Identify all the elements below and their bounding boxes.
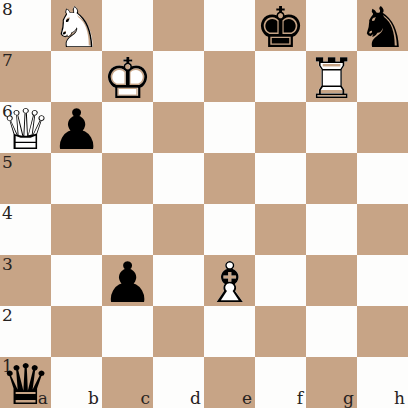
rank-label-7: 7 (2, 52, 13, 69)
file-label-e: e (242, 390, 252, 407)
square-f8[interactable]: ♚ (255, 0, 306, 51)
square-c4[interactable] (102, 204, 153, 255)
file-label-f: f (297, 390, 303, 407)
square-d2[interactable] (153, 306, 204, 357)
black-knight-glyph: ♞ (357, 2, 408, 53)
square-h6[interactable] (357, 102, 408, 153)
square-a2[interactable]: 2 (0, 306, 51, 357)
square-h5[interactable] (357, 153, 408, 204)
square-d1[interactable]: d (153, 357, 204, 408)
square-g4[interactable] (306, 204, 357, 255)
square-a8[interactable]: 8 (0, 0, 51, 51)
square-b1[interactable]: b (51, 357, 102, 408)
square-e8[interactable] (204, 0, 255, 51)
piece-white-bishop[interactable]: ♝♗ (204, 255, 255, 306)
black-pawn-glyph: ♟ (102, 257, 153, 308)
square-d5[interactable] (153, 153, 204, 204)
square-b6[interactable]: ♟ (51, 102, 102, 153)
square-h4[interactable] (357, 204, 408, 255)
square-e5[interactable] (204, 153, 255, 204)
square-h3[interactable] (357, 255, 408, 306)
square-d7[interactable] (153, 51, 204, 102)
piece-black-pawn[interactable]: ♟ (51, 102, 102, 153)
square-g8[interactable] (306, 0, 357, 51)
piece-white-rook[interactable]: ♜♖ (306, 51, 357, 102)
white-rook-outline-icon: ♖ (306, 53, 357, 104)
rank-label-8: 8 (2, 1, 13, 18)
file-label-h: h (394, 390, 405, 407)
square-b8[interactable]: ♞♘ (51, 0, 102, 51)
black-queen-glyph: ♛ (0, 359, 51, 408)
square-g7[interactable]: ♜♖ (306, 51, 357, 102)
piece-black-king[interactable]: ♚ (255, 0, 306, 51)
square-a1[interactable]: 1a♛ (0, 357, 51, 408)
square-a7[interactable]: 7 (0, 51, 51, 102)
square-e7[interactable] (204, 51, 255, 102)
white-queen-outline-icon: ♕ (0, 104, 51, 155)
square-e1[interactable]: e (204, 357, 255, 408)
file-label-g: g (343, 390, 354, 407)
piece-white-king[interactable]: ♚♔ (102, 51, 153, 102)
rank-label-2: 2 (2, 307, 13, 324)
square-a6[interactable]: 6♛♕ (0, 102, 51, 153)
rank-label-3: 3 (2, 256, 13, 273)
square-f4[interactable] (255, 204, 306, 255)
square-e3[interactable]: ♝♗ (204, 255, 255, 306)
file-label-d: d (190, 390, 201, 407)
rank-label-4: 4 (2, 205, 13, 222)
square-f3[interactable] (255, 255, 306, 306)
square-h1[interactable]: h (357, 357, 408, 408)
black-king-glyph: ♚ (255, 2, 306, 53)
piece-black-knight[interactable]: ♞ (357, 0, 408, 51)
file-label-b: b (88, 390, 99, 407)
square-a3[interactable]: 3 (0, 255, 51, 306)
square-g1[interactable]: g (306, 357, 357, 408)
white-knight-outline-icon: ♘ (51, 2, 102, 53)
chess-board: 8♞♘♚♞7♚♔♜♖6♛♕♟543♟♝♗21a♛bcdefgh (0, 0, 408, 408)
square-h8[interactable]: ♞ (357, 0, 408, 51)
square-f1[interactable]: f (255, 357, 306, 408)
square-f2[interactable] (255, 306, 306, 357)
square-d8[interactable] (153, 0, 204, 51)
square-h2[interactable] (357, 306, 408, 357)
black-pawn-glyph: ♟ (51, 104, 102, 155)
square-c7[interactable]: ♚♔ (102, 51, 153, 102)
file-label-c: c (140, 390, 150, 407)
square-c5[interactable] (102, 153, 153, 204)
square-c3[interactable]: ♟ (102, 255, 153, 306)
square-b2[interactable] (51, 306, 102, 357)
square-d3[interactable] (153, 255, 204, 306)
square-g3[interactable] (306, 255, 357, 306)
piece-black-queen[interactable]: ♛ (0, 357, 51, 408)
square-b3[interactable] (51, 255, 102, 306)
square-e4[interactable] (204, 204, 255, 255)
square-d6[interactable] (153, 102, 204, 153)
square-f5[interactable] (255, 153, 306, 204)
square-d4[interactable] (153, 204, 204, 255)
square-c8[interactable] (102, 0, 153, 51)
piece-white-knight[interactable]: ♞♘ (51, 0, 102, 51)
piece-black-pawn[interactable]: ♟ (102, 255, 153, 306)
white-bishop-outline-icon: ♗ (204, 257, 255, 308)
square-f6[interactable] (255, 102, 306, 153)
square-g5[interactable] (306, 153, 357, 204)
square-g2[interactable] (306, 306, 357, 357)
square-a4[interactable]: 4 (0, 204, 51, 255)
square-e6[interactable] (204, 102, 255, 153)
piece-white-queen[interactable]: ♛♕ (0, 102, 51, 153)
square-c1[interactable]: c (102, 357, 153, 408)
white-king-outline-icon: ♔ (102, 53, 153, 104)
square-b4[interactable] (51, 204, 102, 255)
